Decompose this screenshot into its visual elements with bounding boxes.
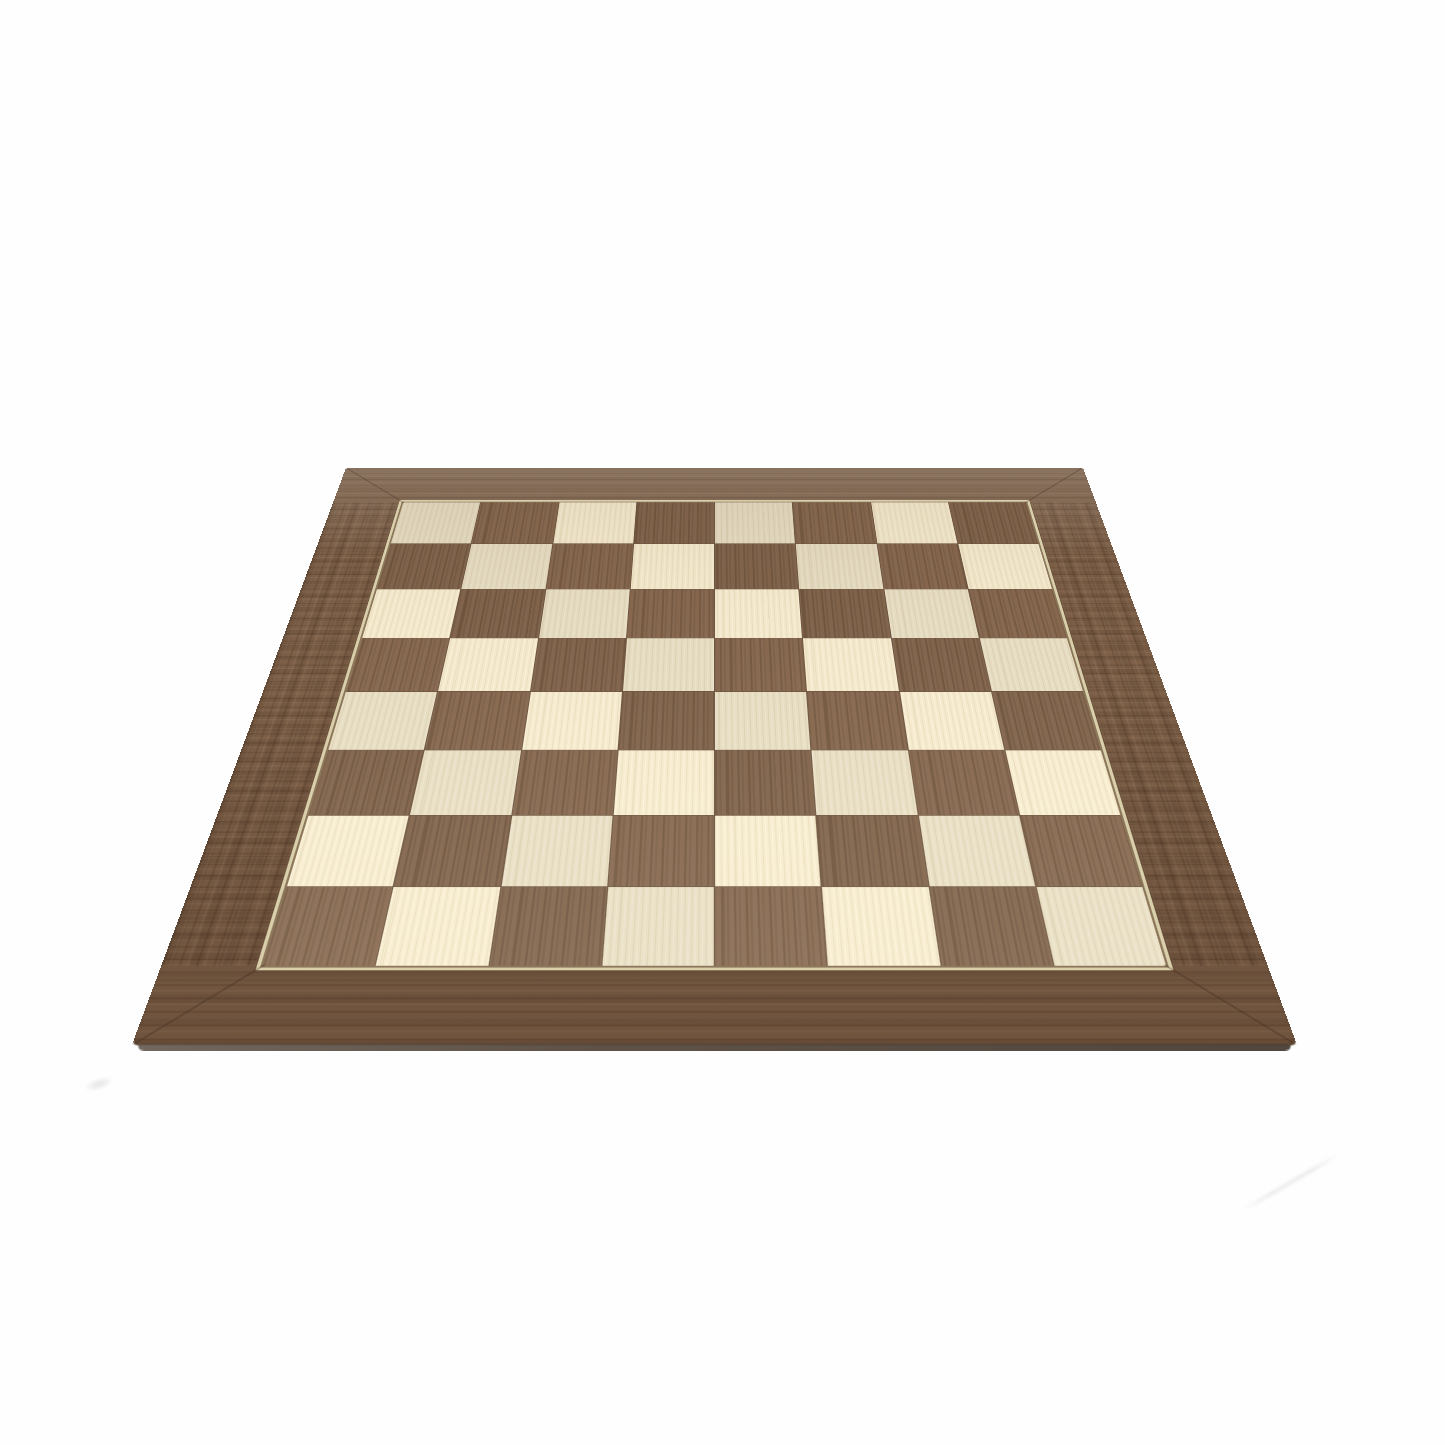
chess-board xyxy=(132,468,1298,1046)
square-c3 xyxy=(512,751,617,815)
square-a6 xyxy=(362,589,460,638)
square-a7 xyxy=(377,544,471,589)
square-f6 xyxy=(799,589,890,638)
playing-field xyxy=(263,502,1166,965)
square-g5 xyxy=(891,638,990,691)
board-edge-thickness xyxy=(136,1044,1292,1050)
square-d1 xyxy=(602,887,714,966)
square-a1 xyxy=(263,887,393,966)
square-g6 xyxy=(884,589,979,638)
backdrop-shadow-smudge-right xyxy=(1242,1153,1339,1211)
square-b6 xyxy=(450,589,545,638)
square-e1 xyxy=(715,887,827,966)
square-f1 xyxy=(822,887,940,966)
square-g7 xyxy=(877,544,967,589)
square-d5 xyxy=(623,638,714,691)
square-c8 xyxy=(553,502,636,543)
square-h4 xyxy=(992,692,1101,750)
square-b1 xyxy=(376,887,500,966)
backdrop-shadow-smudge-left xyxy=(83,1074,115,1095)
square-f5 xyxy=(803,638,898,691)
square-a5 xyxy=(346,638,449,691)
square-f3 xyxy=(812,751,917,815)
square-d7 xyxy=(631,544,715,589)
square-h6 xyxy=(968,589,1066,638)
square-b2 xyxy=(394,815,511,886)
square-b7 xyxy=(462,544,552,589)
square-g4 xyxy=(900,692,1004,750)
square-g3 xyxy=(908,751,1018,815)
square-h3 xyxy=(1005,751,1120,815)
square-b3 xyxy=(410,751,520,815)
square-c5 xyxy=(531,638,626,691)
square-b5 xyxy=(438,638,537,691)
square-e6 xyxy=(715,589,802,638)
square-a4 xyxy=(328,692,437,750)
square-c1 xyxy=(489,887,607,966)
square-g1 xyxy=(929,887,1053,966)
square-e5 xyxy=(715,638,806,691)
square-a2 xyxy=(287,815,409,886)
square-c4 xyxy=(522,692,622,750)
square-f2 xyxy=(817,815,928,886)
square-e7 xyxy=(715,544,799,589)
square-d3 xyxy=(613,751,714,815)
product-photo-scene xyxy=(0,0,1445,1445)
square-g8 xyxy=(871,502,957,543)
square-c6 xyxy=(539,589,630,638)
square-d6 xyxy=(627,589,714,638)
square-h8 xyxy=(949,502,1039,543)
square-d4 xyxy=(618,692,714,750)
square-f7 xyxy=(796,544,883,589)
square-e2 xyxy=(715,815,821,886)
square-g2 xyxy=(918,815,1035,886)
square-e8 xyxy=(715,502,795,543)
square-e4 xyxy=(715,692,811,750)
square-f4 xyxy=(807,692,907,750)
square-c7 xyxy=(546,544,633,589)
square-e3 xyxy=(715,751,816,815)
square-a8 xyxy=(391,502,481,543)
square-h5 xyxy=(980,638,1083,691)
square-h7 xyxy=(958,544,1052,589)
square-b8 xyxy=(472,502,558,543)
square-d2 xyxy=(608,815,714,886)
square-a3 xyxy=(309,751,424,815)
square-f8 xyxy=(793,502,876,543)
square-c2 xyxy=(501,815,612,886)
square-h2 xyxy=(1020,815,1142,886)
square-d8 xyxy=(634,502,714,543)
square-b4 xyxy=(425,692,529,750)
